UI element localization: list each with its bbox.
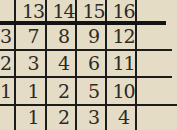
number-grid-figure: 13 14 15 16 3 7 8 9 12 2 3 4 6 11 1 1 2 … xyxy=(0,0,177,130)
x-axis-label: 2 xyxy=(46,105,76,130)
grid-cell: 12 xyxy=(106,23,136,50)
grid-hline xyxy=(0,49,172,51)
grid-vline xyxy=(105,0,107,130)
grid-cell: 1 xyxy=(15,77,46,105)
empty-cell xyxy=(136,105,177,130)
grid-cell: 7 xyxy=(15,23,46,50)
grid-hline xyxy=(0,76,172,78)
grid-cell: 5 xyxy=(76,77,106,105)
grid-cell: 15 xyxy=(76,0,106,23)
y-axis-label: 1 xyxy=(0,77,15,105)
grid-cell: 4 xyxy=(46,50,76,77)
grid-cell: 6 xyxy=(76,50,106,77)
grid-vline xyxy=(14,0,16,130)
x-axis-label: 1 xyxy=(15,105,46,130)
grid-cell: 3 xyxy=(15,50,46,77)
grid-cell: 14 xyxy=(46,0,76,23)
x-axis-label: 4 xyxy=(106,105,136,130)
empty-cell xyxy=(136,50,177,77)
grid-cell: 9 xyxy=(76,23,106,50)
thick-divider-line xyxy=(0,21,166,25)
grid-vline xyxy=(45,0,47,130)
grid-cell: 11 xyxy=(106,50,136,77)
y-axis-label xyxy=(0,105,15,130)
y-axis-label xyxy=(0,0,15,23)
grid-cell: 8 xyxy=(46,23,76,50)
grid-vline xyxy=(75,0,77,130)
y-axis-label: 3 xyxy=(0,23,15,50)
empty-cell xyxy=(136,0,177,23)
grid-cell: 16 xyxy=(106,0,136,23)
grid-cell: 2 xyxy=(46,77,76,105)
grid-cell: 10 xyxy=(106,77,136,105)
x-axis-label: 3 xyxy=(76,105,106,130)
grid-hline xyxy=(0,104,177,106)
number-grid-board: 13 14 15 16 3 7 8 9 12 2 3 4 6 11 1 1 2 … xyxy=(0,0,177,130)
empty-cell xyxy=(136,77,177,105)
grid-vline xyxy=(135,0,137,130)
y-axis-label: 2 xyxy=(0,50,15,77)
grid-cell: 13 xyxy=(15,0,46,23)
empty-cell xyxy=(136,23,177,50)
